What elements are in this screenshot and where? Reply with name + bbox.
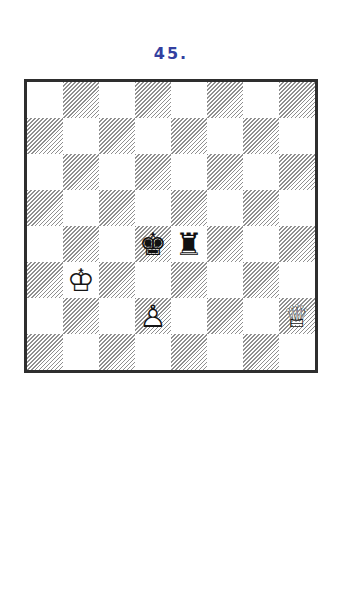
square-d6[interactable] bbox=[135, 154, 171, 190]
square-g8[interactable] bbox=[243, 82, 279, 118]
square-h2[interactable]: ♛♕ bbox=[279, 298, 315, 334]
square-f5[interactable] bbox=[207, 190, 243, 226]
white-pawn-outline-glyph: ♙ bbox=[135, 298, 171, 334]
square-c3[interactable] bbox=[99, 262, 135, 298]
square-h4[interactable] bbox=[279, 226, 315, 262]
square-c8[interactable] bbox=[99, 82, 135, 118]
square-h3[interactable] bbox=[279, 262, 315, 298]
square-b2[interactable] bbox=[63, 298, 99, 334]
square-b6[interactable] bbox=[63, 154, 99, 190]
square-g6[interactable] bbox=[243, 154, 279, 190]
square-b7[interactable] bbox=[63, 118, 99, 154]
white-queen-outline-glyph: ♕ bbox=[279, 298, 315, 334]
square-f3[interactable] bbox=[207, 262, 243, 298]
square-b8[interactable] bbox=[63, 82, 99, 118]
square-a2[interactable] bbox=[27, 298, 63, 334]
square-a6[interactable] bbox=[27, 154, 63, 190]
square-d3[interactable] bbox=[135, 262, 171, 298]
piece-white-pawn-d2[interactable]: ♟♙ bbox=[135, 298, 171, 334]
black-king-glyph: ♚ bbox=[135, 226, 171, 262]
square-a3[interactable] bbox=[27, 262, 63, 298]
square-h7[interactable] bbox=[279, 118, 315, 154]
square-b4[interactable] bbox=[63, 226, 99, 262]
white-king-outline-glyph: ♔ bbox=[63, 262, 99, 298]
black-rook-glyph: ♜ bbox=[171, 226, 207, 262]
piece-white-queen-h2[interactable]: ♛♕ bbox=[279, 298, 315, 334]
square-a5[interactable] bbox=[27, 190, 63, 226]
square-e1[interactable] bbox=[171, 334, 207, 370]
square-f4[interactable] bbox=[207, 226, 243, 262]
square-c2[interactable] bbox=[99, 298, 135, 334]
piece-black-king-d4[interactable]: ♚ bbox=[135, 226, 171, 262]
square-f1[interactable] bbox=[207, 334, 243, 370]
square-e7[interactable] bbox=[171, 118, 207, 154]
square-c7[interactable] bbox=[99, 118, 135, 154]
piece-black-rook-e4[interactable]: ♜ bbox=[171, 226, 207, 262]
square-f7[interactable] bbox=[207, 118, 243, 154]
square-b1[interactable] bbox=[63, 334, 99, 370]
piece-white-king-b3[interactable]: ♚♔ bbox=[63, 262, 99, 298]
square-g4[interactable] bbox=[243, 226, 279, 262]
square-c6[interactable] bbox=[99, 154, 135, 190]
square-e8[interactable] bbox=[171, 82, 207, 118]
puzzle-number: 45. bbox=[24, 44, 318, 63]
chess-board: ♚♜♚♔♟♙♛♕ bbox=[24, 79, 318, 373]
square-h6[interactable] bbox=[279, 154, 315, 190]
square-d5[interactable] bbox=[135, 190, 171, 226]
square-d7[interactable] bbox=[135, 118, 171, 154]
square-a1[interactable] bbox=[27, 334, 63, 370]
square-h1[interactable] bbox=[279, 334, 315, 370]
square-b3[interactable]: ♚♔ bbox=[63, 262, 99, 298]
square-g2[interactable] bbox=[243, 298, 279, 334]
square-a8[interactable] bbox=[27, 82, 63, 118]
square-a7[interactable] bbox=[27, 118, 63, 154]
square-c4[interactable] bbox=[99, 226, 135, 262]
square-a4[interactable] bbox=[27, 226, 63, 262]
square-b5[interactable] bbox=[63, 190, 99, 226]
square-g5[interactable] bbox=[243, 190, 279, 226]
square-f6[interactable] bbox=[207, 154, 243, 190]
square-c5[interactable] bbox=[99, 190, 135, 226]
square-d1[interactable] bbox=[135, 334, 171, 370]
square-e6[interactable] bbox=[171, 154, 207, 190]
square-c1[interactable] bbox=[99, 334, 135, 370]
square-g1[interactable] bbox=[243, 334, 279, 370]
square-g3[interactable] bbox=[243, 262, 279, 298]
square-e3[interactable] bbox=[171, 262, 207, 298]
square-e2[interactable] bbox=[171, 298, 207, 334]
square-f2[interactable] bbox=[207, 298, 243, 334]
square-e4[interactable]: ♜ bbox=[171, 226, 207, 262]
square-e5[interactable] bbox=[171, 190, 207, 226]
square-g7[interactable] bbox=[243, 118, 279, 154]
square-d2[interactable]: ♟♙ bbox=[135, 298, 171, 334]
square-h8[interactable] bbox=[279, 82, 315, 118]
square-d4[interactable]: ♚ bbox=[135, 226, 171, 262]
square-d8[interactable] bbox=[135, 82, 171, 118]
square-h5[interactable] bbox=[279, 190, 315, 226]
square-f8[interactable] bbox=[207, 82, 243, 118]
